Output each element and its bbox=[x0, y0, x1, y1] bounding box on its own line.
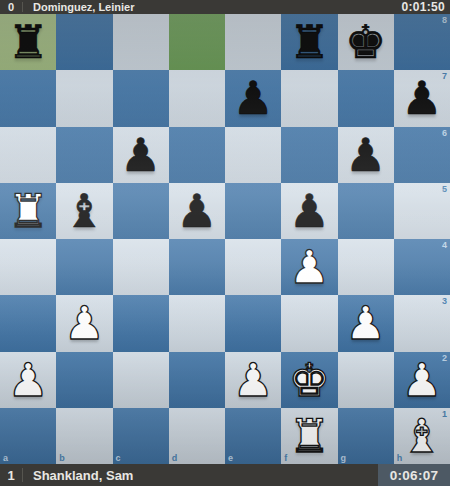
square-a3[interactable] bbox=[0, 295, 56, 351]
square-a5[interactable]: ♜ bbox=[0, 183, 56, 239]
square-b7[interactable] bbox=[56, 70, 112, 126]
square-h3[interactable]: 3 bbox=[394, 295, 450, 351]
square-c6[interactable]: ♟ bbox=[113, 127, 169, 183]
coord-rank-5: 5 bbox=[442, 184, 447, 194]
square-f6[interactable] bbox=[281, 127, 337, 183]
square-g5[interactable] bbox=[338, 183, 394, 239]
square-f5[interactable]: ♟ bbox=[281, 183, 337, 239]
square-d5[interactable]: ♟ bbox=[169, 183, 225, 239]
white-king-icon: ♚ bbox=[281, 352, 337, 408]
square-b1[interactable]: b bbox=[56, 408, 112, 464]
square-a8[interactable]: ♜ bbox=[0, 14, 56, 70]
black-king-icon: ♚ bbox=[338, 14, 394, 70]
white-pawn-icon: ♟ bbox=[0, 352, 56, 408]
square-a6[interactable] bbox=[0, 127, 56, 183]
square-g3[interactable]: ♟ bbox=[338, 295, 394, 351]
coord-file-h: h bbox=[397, 453, 403, 463]
square-e6[interactable] bbox=[225, 127, 281, 183]
coord-rank-7: 7 bbox=[442, 71, 447, 81]
square-b6[interactable] bbox=[56, 127, 112, 183]
coord-rank-2: 2 bbox=[442, 353, 447, 363]
square-c4[interactable] bbox=[113, 239, 169, 295]
coord-rank-3: 3 bbox=[442, 296, 447, 306]
square-e4[interactable] bbox=[225, 239, 281, 295]
square-h6[interactable]: 6 bbox=[394, 127, 450, 183]
black-pawn-icon: ♟ bbox=[225, 70, 281, 126]
black-rook-icon: ♜ bbox=[281, 14, 337, 70]
top-player-score: 0 bbox=[0, 1, 22, 13]
square-h5[interactable]: 5 bbox=[394, 183, 450, 239]
bottom-player-clock: 0:06:07 bbox=[378, 464, 450, 486]
square-d7[interactable] bbox=[169, 70, 225, 126]
square-d2[interactable] bbox=[169, 352, 225, 408]
square-f4[interactable]: ♟ bbox=[281, 239, 337, 295]
black-pawn-icon: ♟ bbox=[281, 183, 337, 239]
square-e8[interactable] bbox=[225, 14, 281, 70]
square-e5[interactable] bbox=[225, 183, 281, 239]
square-e1[interactable]: e bbox=[225, 408, 281, 464]
white-pawn-icon: ♟ bbox=[56, 295, 112, 351]
coord-file-e: e bbox=[228, 453, 233, 463]
separator bbox=[22, 468, 23, 482]
square-h7[interactable]: ♟7 bbox=[394, 70, 450, 126]
square-a7[interactable] bbox=[0, 70, 56, 126]
square-g4[interactable] bbox=[338, 239, 394, 295]
separator bbox=[22, 2, 23, 12]
square-a2[interactable]: ♟ bbox=[0, 352, 56, 408]
square-f2[interactable]: ♚ bbox=[281, 352, 337, 408]
top-player-name: Dominguez, Leinier bbox=[33, 1, 397, 13]
square-g6[interactable]: ♟ bbox=[338, 127, 394, 183]
white-pawn-icon: ♟ bbox=[281, 239, 337, 295]
white-pawn-icon: ♟ bbox=[225, 352, 281, 408]
white-rook-icon: ♜ bbox=[281, 408, 337, 464]
square-a1[interactable]: a bbox=[0, 408, 56, 464]
square-d4[interactable] bbox=[169, 239, 225, 295]
square-c7[interactable] bbox=[113, 70, 169, 126]
black-pawn-icon: ♟ bbox=[113, 127, 169, 183]
black-pawn-icon: ♟ bbox=[169, 183, 225, 239]
square-c3[interactable] bbox=[113, 295, 169, 351]
square-g1[interactable]: g bbox=[338, 408, 394, 464]
square-h1[interactable]: ♝h1 bbox=[394, 408, 450, 464]
square-e3[interactable] bbox=[225, 295, 281, 351]
square-c5[interactable] bbox=[113, 183, 169, 239]
square-b4[interactable] bbox=[56, 239, 112, 295]
square-d3[interactable] bbox=[169, 295, 225, 351]
coord-file-c: c bbox=[116, 453, 121, 463]
square-d1[interactable]: d bbox=[169, 408, 225, 464]
coord-rank-8: 8 bbox=[442, 15, 447, 25]
chess-board: ♜♜♚8♟♟7♟♟6♜♝♟♟5♟4♟♟3♟♟♚♟2abcde♜fg♝h1 bbox=[0, 14, 450, 464]
bottom-player-score: 1 bbox=[0, 468, 22, 483]
coord-rank-1: 1 bbox=[442, 409, 447, 419]
top-player-clock: 0:01:50 bbox=[397, 0, 450, 14]
square-b2[interactable] bbox=[56, 352, 112, 408]
black-pawn-icon: ♟ bbox=[338, 127, 394, 183]
square-e2[interactable]: ♟ bbox=[225, 352, 281, 408]
black-bishop-icon: ♝ bbox=[56, 183, 112, 239]
square-h2[interactable]: ♟2 bbox=[394, 352, 450, 408]
square-f3[interactable] bbox=[281, 295, 337, 351]
coord-rank-4: 4 bbox=[442, 240, 447, 250]
square-g2[interactable] bbox=[338, 352, 394, 408]
square-g8[interactable]: ♚ bbox=[338, 14, 394, 70]
square-g7[interactable] bbox=[338, 70, 394, 126]
bottom-player-bar: 1 Shankland, Sam 0:06:07 bbox=[0, 464, 450, 486]
square-a4[interactable] bbox=[0, 239, 56, 295]
coord-file-a: a bbox=[3, 453, 8, 463]
square-f7[interactable] bbox=[281, 70, 337, 126]
square-h8[interactable]: 8 bbox=[394, 14, 450, 70]
square-f8[interactable]: ♜ bbox=[281, 14, 337, 70]
square-e7[interactable]: ♟ bbox=[225, 70, 281, 126]
white-rook-icon: ♜ bbox=[0, 183, 56, 239]
bottom-player-name: Shankland, Sam bbox=[33, 468, 378, 483]
square-b8[interactable] bbox=[56, 14, 112, 70]
coord-file-d: d bbox=[172, 453, 178, 463]
coord-file-g: g bbox=[341, 453, 347, 463]
square-c8[interactable] bbox=[113, 14, 169, 70]
square-c1[interactable]: c bbox=[113, 408, 169, 464]
coord-rank-6: 6 bbox=[442, 128, 447, 138]
square-b3[interactable]: ♟ bbox=[56, 295, 112, 351]
top-player-bar: 0 Dominguez, Leinier 0:01:50 bbox=[0, 0, 450, 14]
square-h4[interactable]: 4 bbox=[394, 239, 450, 295]
coord-file-b: b bbox=[59, 453, 65, 463]
chess-broadcast-app: 0 Dominguez, Leinier 0:01:50 ♜♜♚8♟♟7♟♟6♜… bbox=[0, 0, 450, 486]
square-d6[interactable] bbox=[169, 127, 225, 183]
square-d8[interactable] bbox=[169, 14, 225, 70]
coord-file-f: f bbox=[284, 453, 287, 463]
square-c2[interactable] bbox=[113, 352, 169, 408]
black-rook-icon: ♜ bbox=[0, 14, 56, 70]
square-b5[interactable]: ♝ bbox=[56, 183, 112, 239]
square-f1[interactable]: ♜f bbox=[281, 408, 337, 464]
white-pawn-icon: ♟ bbox=[338, 295, 394, 351]
